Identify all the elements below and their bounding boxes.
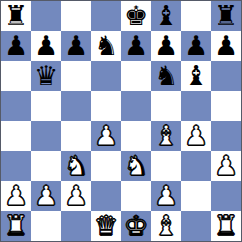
square-b3[interactable] xyxy=(31,151,61,181)
white-pawn-icon[interactable]: ♟ xyxy=(184,121,208,151)
square-a2[interactable]: ♟ xyxy=(1,181,31,211)
square-e6[interactable] xyxy=(121,61,151,91)
square-f5[interactable] xyxy=(151,91,181,121)
white-bishop-icon[interactable]: ♝ xyxy=(154,121,178,151)
square-f8[interactable]: ♝ xyxy=(151,1,181,31)
square-e5[interactable] xyxy=(121,91,151,121)
black-pawn-icon[interactable]: ♟ xyxy=(34,31,58,61)
white-knight-icon[interactable]: ♞ xyxy=(124,151,148,181)
square-d5[interactable] xyxy=(91,91,121,121)
square-b2[interactable]: ♟ xyxy=(31,181,61,211)
square-h6[interactable] xyxy=(211,61,241,91)
square-d3[interactable] xyxy=(91,151,121,181)
square-f2[interactable]: ♟ xyxy=(151,181,181,211)
square-c1[interactable] xyxy=(61,211,91,241)
square-b1[interactable] xyxy=(31,211,61,241)
square-b6[interactable]: ♛ xyxy=(31,61,61,91)
square-a5[interactable] xyxy=(1,91,31,121)
square-g7[interactable]: ♟ xyxy=(181,31,211,61)
square-c8[interactable] xyxy=(61,1,91,31)
square-a1[interactable]: ♜ xyxy=(1,211,31,241)
black-pawn-icon[interactable]: ♟ xyxy=(214,31,238,61)
square-c3[interactable]: ♞ xyxy=(61,151,91,181)
square-e8[interactable]: ♚ xyxy=(121,1,151,31)
square-h1[interactable]: ♜ xyxy=(211,211,241,241)
square-a3[interactable] xyxy=(1,151,31,181)
black-knight-icon[interactable]: ♞ xyxy=(154,61,178,91)
square-h8[interactable]: ♜ xyxy=(211,1,241,31)
black-king-icon[interactable]: ♚ xyxy=(124,1,148,31)
square-d2[interactable] xyxy=(91,181,121,211)
square-d7[interactable]: ♞ xyxy=(91,31,121,61)
white-pawn-icon[interactable]: ♟ xyxy=(214,151,238,181)
black-knight-icon[interactable]: ♞ xyxy=(94,31,118,61)
square-h3[interactable]: ♟ xyxy=(211,151,241,181)
black-queen-icon[interactable]: ♛ xyxy=(34,61,58,91)
square-a6[interactable] xyxy=(1,61,31,91)
chess-board-frame: ♜♚♝♜♟♟♟♞♟♟♟♟♛♞♝♟♝♟♞♞♟♟♟♟♟♜♛♚♝♜ xyxy=(0,0,242,242)
white-queen-icon[interactable]: ♛ xyxy=(94,211,118,241)
square-g2[interactable] xyxy=(181,181,211,211)
square-b8[interactable] xyxy=(31,1,61,31)
black-pawn-icon[interactable]: ♟ xyxy=(154,31,178,61)
white-rook-icon[interactable]: ♜ xyxy=(214,211,238,241)
white-bishop-icon[interactable]: ♝ xyxy=(154,211,178,241)
square-e4[interactable] xyxy=(121,121,151,151)
square-b4[interactable] xyxy=(31,121,61,151)
square-f6[interactable]: ♞ xyxy=(151,61,181,91)
square-e3[interactable]: ♞ xyxy=(121,151,151,181)
square-e2[interactable] xyxy=(121,181,151,211)
square-a7[interactable]: ♟ xyxy=(1,31,31,61)
square-d6[interactable] xyxy=(91,61,121,91)
white-king-icon[interactable]: ♚ xyxy=(124,211,148,241)
black-pawn-icon[interactable]: ♟ xyxy=(4,31,28,61)
square-c7[interactable]: ♟ xyxy=(61,31,91,61)
square-d8[interactable] xyxy=(91,1,121,31)
black-pawn-icon[interactable]: ♟ xyxy=(124,31,148,61)
square-e1[interactable]: ♚ xyxy=(121,211,151,241)
square-g8[interactable] xyxy=(181,1,211,31)
square-f7[interactable]: ♟ xyxy=(151,31,181,61)
chess-board: ♜♚♝♜♟♟♟♞♟♟♟♟♛♞♝♟♝♟♞♞♟♟♟♟♟♜♛♚♝♜ xyxy=(1,1,241,241)
square-h2[interactable] xyxy=(211,181,241,211)
white-rook-icon[interactable]: ♜ xyxy=(4,211,28,241)
square-c4[interactable] xyxy=(61,121,91,151)
black-rook-icon[interactable]: ♜ xyxy=(4,1,28,31)
square-g1[interactable] xyxy=(181,211,211,241)
square-c2[interactable]: ♟ xyxy=(61,181,91,211)
square-d1[interactable]: ♛ xyxy=(91,211,121,241)
white-pawn-icon[interactable]: ♟ xyxy=(154,181,178,211)
square-g5[interactable] xyxy=(181,91,211,121)
square-b5[interactable] xyxy=(31,91,61,121)
square-f4[interactable]: ♝ xyxy=(151,121,181,151)
white-pawn-icon[interactable]: ♟ xyxy=(34,181,58,211)
square-h7[interactable]: ♟ xyxy=(211,31,241,61)
square-g6[interactable]: ♝ xyxy=(181,61,211,91)
black-pawn-icon[interactable]: ♟ xyxy=(64,31,88,61)
square-b7[interactable]: ♟ xyxy=(31,31,61,61)
square-e7[interactable]: ♟ xyxy=(121,31,151,61)
square-f1[interactable]: ♝ xyxy=(151,211,181,241)
square-h4[interactable] xyxy=(211,121,241,151)
white-knight-icon[interactable]: ♞ xyxy=(64,151,88,181)
black-bishop-icon[interactable]: ♝ xyxy=(154,1,178,31)
white-pawn-icon[interactable]: ♟ xyxy=(64,181,88,211)
white-pawn-icon[interactable]: ♟ xyxy=(4,181,28,211)
square-c6[interactable] xyxy=(61,61,91,91)
square-g4[interactable]: ♟ xyxy=(181,121,211,151)
square-d4[interactable]: ♟ xyxy=(91,121,121,151)
square-a8[interactable]: ♜ xyxy=(1,1,31,31)
square-h5[interactable] xyxy=(211,91,241,121)
black-rook-icon[interactable]: ♜ xyxy=(214,1,238,31)
square-c5[interactable] xyxy=(61,91,91,121)
white-pawn-icon[interactable]: ♟ xyxy=(94,121,118,151)
black-pawn-icon[interactable]: ♟ xyxy=(184,31,208,61)
square-g3[interactable] xyxy=(181,151,211,181)
black-bishop-icon[interactable]: ♝ xyxy=(184,61,208,91)
square-f3[interactable] xyxy=(151,151,181,181)
square-a4[interactable] xyxy=(1,121,31,151)
